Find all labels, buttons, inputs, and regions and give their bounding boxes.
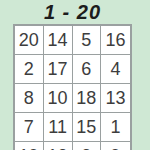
- grid-cell-r1c3: 5: [73, 26, 102, 55]
- page-title: 1 - 20: [13, 0, 132, 24]
- grid-cell-r4c4: 1: [101, 113, 130, 142]
- grid-cell-r2c3: 6: [73, 55, 102, 84]
- grid-cell-r2c1: 2: [15, 55, 44, 84]
- grid-cell-r2c4: 4: [101, 55, 130, 84]
- grid-cell-r3c2: 10: [44, 84, 73, 113]
- grid-cell-r1c4: 16: [101, 26, 130, 55]
- grid-cell-r5c1: 19: [15, 142, 44, 150]
- grid-cell-r4c3: 15: [73, 113, 102, 142]
- grid-cell-r5c3: 3: [73, 142, 102, 150]
- grid-cell-r4c1: 7: [15, 113, 44, 142]
- grid-cell-r2c2: 17: [44, 55, 73, 84]
- grid-cell-r1c2: 14: [44, 26, 73, 55]
- grid-cell-r3c3: 18: [73, 84, 102, 113]
- grid-cell-r5c4: 9: [101, 142, 130, 150]
- number-grid: 2014516217648101813711151191239: [13, 24, 132, 150]
- grid-cell-r3c4: 13: [101, 84, 130, 113]
- grid-cell-r1c1: 20: [15, 26, 44, 55]
- grid-cell-r4c2: 11: [44, 113, 73, 142]
- grid-cell-r5c2: 12: [44, 142, 73, 150]
- grid-cell-r3c1: 8: [15, 84, 44, 113]
